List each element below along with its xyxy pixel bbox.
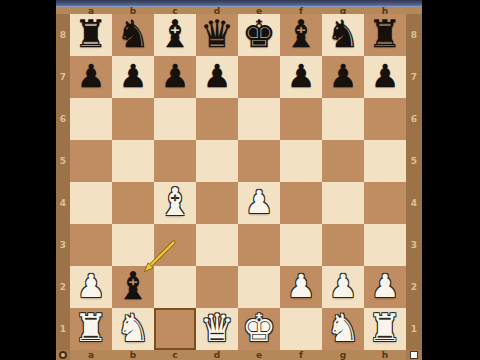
coord-label-b: b [130,351,136,360]
square-g2[interactable]: ♟ [322,266,364,308]
square-f2[interactable]: ♟ [280,266,322,308]
coord-label-1: 1 [60,325,66,334]
square-a7[interactable]: ♟ [70,56,112,98]
board-corner-top-right [406,7,422,14]
square-e7[interactable] [238,56,280,98]
square-a2[interactable]: ♟ [70,266,112,308]
white-king-e1[interactable]: ♚ [242,309,276,347]
square-g5[interactable] [322,140,364,182]
black-knight-b8[interactable]: ♞ [116,15,150,53]
coord-label-3: 3 [411,241,417,250]
coord-label-d: d [214,351,220,360]
board-stage: abcdefgh 87654321 ♜♞♝♛♚♝♞♜♟♟♟♟♟♟♟♝♟♟♝♟♟♟… [56,0,422,360]
white-rook-a1[interactable]: ♜ [74,309,108,347]
square-f6[interactable] [280,98,322,140]
white-pawn-e4[interactable]: ♟ [245,186,274,218]
coord-label-h: h [382,351,388,360]
square-a4[interactable] [70,182,112,224]
square-c2[interactable] [154,266,196,308]
square-a8[interactable]: ♜ [70,14,112,56]
black-pawn-f7[interactable]: ♟ [287,60,316,92]
coord-label-5: 5 [60,157,66,166]
square-h2[interactable]: ♟ [364,266,406,308]
square-g1[interactable]: ♞ [322,308,364,350]
square-f5[interactable] [280,140,322,182]
square-c6[interactable] [154,98,196,140]
black-bishop-f8[interactable]: ♝ [284,15,318,53]
black-knight-g8[interactable]: ♞ [326,15,360,53]
coord-label-4: 4 [411,199,417,208]
square-b1[interactable]: ♞ [112,308,154,350]
square-d1[interactable]: ♛ [196,308,238,350]
file-labels-bottom: abcdefgh [70,350,406,360]
square-d5[interactable] [196,140,238,182]
square-e2[interactable] [238,266,280,308]
rank-labels-right: 87654321 [406,14,422,350]
coord-label-7: 7 [60,73,66,82]
square-c5[interactable] [154,140,196,182]
black-pawn-a7[interactable]: ♟ [77,60,106,92]
square-h3[interactable] [364,224,406,266]
white-to-move-indicator-icon [410,351,418,359]
square-g3[interactable] [322,224,364,266]
black-pawn-g7[interactable]: ♟ [329,60,358,92]
square-e1[interactable]: ♚ [238,308,280,350]
coord-label-6: 6 [411,115,417,124]
coord-label-3: 3 [60,241,66,250]
square-h7[interactable]: ♟ [364,56,406,98]
square-f8[interactable]: ♝ [280,14,322,56]
black-pawn-b7[interactable]: ♟ [119,60,148,92]
square-a1[interactable]: ♜ [70,308,112,350]
coord-label-8: 8 [60,31,66,40]
square-f7[interactable]: ♟ [280,56,322,98]
square-d6[interactable] [196,98,238,140]
coord-label-2: 2 [411,283,417,292]
square-b5[interactable] [112,140,154,182]
black-pawn-c7[interactable]: ♟ [161,60,190,92]
square-g4[interactable] [322,182,364,224]
square-c8[interactable]: ♝ [154,14,196,56]
square-h8[interactable]: ♜ [364,14,406,56]
coord-label-a: a [88,351,94,360]
square-f1[interactable] [280,308,322,350]
black-king-e8[interactable]: ♚ [242,15,276,53]
square-c4[interactable]: ♝ [154,182,196,224]
square-a6[interactable] [70,98,112,140]
square-h4[interactable] [364,182,406,224]
white-pawn-a2[interactable]: ♟ [77,270,106,302]
black-bishop-c8[interactable]: ♝ [158,15,192,53]
square-d3[interactable] [196,224,238,266]
square-b3[interactable] [112,224,154,266]
square-f3[interactable] [280,224,322,266]
square-b8[interactable]: ♞ [112,14,154,56]
square-h6[interactable] [364,98,406,140]
board-corner-bottom-right [406,350,422,360]
square-g7[interactable]: ♟ [322,56,364,98]
square-d2[interactable] [196,266,238,308]
coord-label-g: g [340,351,346,360]
white-knight-b1[interactable]: ♞ [116,309,150,347]
window-chrome-strip [56,0,422,7]
white-queen-d1[interactable]: ♛ [200,309,234,347]
corner-ring-icon [59,351,67,359]
square-b7[interactable]: ♟ [112,56,154,98]
square-h1[interactable]: ♜ [364,308,406,350]
square-d4[interactable] [196,182,238,224]
white-pawn-f2[interactable]: ♟ [287,270,316,302]
white-bishop-c4[interactable]: ♝ [158,183,192,221]
chessboard: abcdefgh 87654321 ♜♞♝♛♚♝♞♜♟♟♟♟♟♟♟♝♟♟♝♟♟♟… [56,7,422,360]
white-pawn-h2[interactable]: ♟ [371,270,400,302]
square-e6[interactable] [238,98,280,140]
coord-label-4: 4 [60,199,66,208]
coord-label-c: c [172,351,177,360]
black-rook-h8[interactable]: ♜ [368,15,402,53]
square-a5[interactable] [70,140,112,182]
black-pawn-d7[interactable]: ♟ [203,60,232,92]
square-a3[interactable] [70,224,112,266]
square-e3[interactable] [238,224,280,266]
board-corner-top-left [56,7,70,14]
square-b6[interactable] [112,98,154,140]
square-d8[interactable]: ♛ [196,14,238,56]
square-d7[interactable]: ♟ [196,56,238,98]
black-pawn-h7[interactable]: ♟ [371,60,400,92]
square-g8[interactable]: ♞ [322,14,364,56]
square-e8[interactable]: ♚ [238,14,280,56]
white-pawn-g2[interactable]: ♟ [329,270,358,302]
coord-label-5: 5 [411,157,417,166]
coord-label-1: 1 [411,325,417,334]
white-knight-g1[interactable]: ♞ [326,309,360,347]
black-rook-a8[interactable]: ♜ [74,15,108,53]
square-g6[interactable] [322,98,364,140]
coord-label-e: e [256,351,262,360]
black-queen-d8[interactable]: ♛ [200,15,234,53]
square-e5[interactable] [238,140,280,182]
board-corner-bottom-left [56,350,70,360]
rank-labels-left: 87654321 [56,14,70,350]
coord-label-7: 7 [411,73,417,82]
coord-label-2: 2 [60,283,66,292]
black-bishop-b2[interactable]: ♝ [116,267,150,305]
coord-label-6: 6 [60,115,66,124]
square-c1[interactable] [154,308,196,350]
board-squares: ♜♞♝♛♚♝♞♜♟♟♟♟♟♟♟♝♟♟♝♟♟♟♜♞♛♚♞♜ [70,14,406,350]
square-b4[interactable] [112,182,154,224]
white-rook-h1[interactable]: ♜ [368,309,402,347]
square-h5[interactable] [364,140,406,182]
square-f4[interactable] [280,182,322,224]
square-c7[interactable]: ♟ [154,56,196,98]
coord-label-8: 8 [411,31,417,40]
video-frame: abcdefgh 87654321 ♜♞♝♛♚♝♞♜♟♟♟♟♟♟♟♝♟♟♝♟♟♟… [0,0,480,360]
square-c3[interactable] [154,224,196,266]
coord-label-f: f [299,351,303,360]
square-e4[interactable]: ♟ [238,182,280,224]
square-b2[interactable]: ♝ [112,266,154,308]
